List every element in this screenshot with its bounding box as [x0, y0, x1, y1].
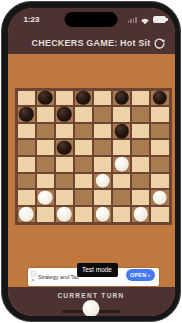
test-mode-chip: Test mode — [77, 263, 118, 277]
board-square[interactable] — [75, 207, 92, 222]
board-square[interactable] — [37, 174, 54, 189]
checker-black[interactable] — [38, 91, 53, 106]
board-square[interactable] — [94, 157, 111, 172]
checker-white[interactable] — [134, 207, 149, 222]
board-square[interactable] — [94, 140, 111, 155]
board-square[interactable] — [75, 174, 92, 189]
checker-black[interactable] — [76, 91, 91, 106]
app-screen: 1:23 CHECKERS GAME: Hot Sit — [8, 8, 175, 316]
refresh-icon[interactable] — [153, 36, 166, 49]
board-square[interactable] — [56, 140, 73, 155]
board-square[interactable] — [37, 140, 54, 155]
battery-icon — [153, 16, 166, 23]
current-turn-label: CURRENT TURN — [8, 287, 175, 299]
board-square[interactable] — [75, 91, 92, 106]
board-square[interactable] — [75, 107, 92, 122]
board-square[interactable] — [75, 190, 92, 205]
board-square[interactable] — [94, 174, 111, 189]
board-square[interactable] — [113, 124, 130, 139]
board-square[interactable] — [94, 91, 111, 106]
board-square[interactable] — [56, 107, 73, 122]
top-chrome: 1:23 CHECKERS GAME: Hot Sit — [8, 8, 175, 54]
board-square[interactable] — [132, 174, 149, 189]
dynamic-island — [65, 12, 118, 27]
checker-white[interactable] — [19, 207, 34, 222]
board-square[interactable] — [132, 124, 149, 139]
status-icons — [128, 16, 166, 24]
board-square[interactable] — [18, 190, 35, 205]
board-square[interactable] — [132, 140, 149, 155]
board-square[interactable] — [56, 190, 73, 205]
board-square[interactable] — [132, 190, 149, 205]
board-square[interactable] — [75, 157, 92, 172]
board-square[interactable] — [37, 157, 54, 172]
board-square[interactable] — [151, 207, 168, 222]
checker-white[interactable] — [95, 174, 110, 189]
board-square[interactable] — [37, 124, 54, 139]
checker-black[interactable] — [57, 107, 72, 122]
status-time: 1:23 — [24, 15, 40, 24]
board-square[interactable] — [151, 124, 168, 139]
board-square[interactable] — [37, 190, 54, 205]
board-square[interactable] — [113, 207, 130, 222]
screenshot-stage: 1:23 CHECKERS GAME: Hot Sit — [0, 0, 182, 323]
board-square[interactable] — [37, 107, 54, 122]
board-square[interactable] — [18, 157, 35, 172]
ad-open-button[interactable]: OPEN › — [126, 269, 155, 281]
board-square[interactable] — [94, 107, 111, 122]
checker-black[interactable] — [114, 124, 129, 139]
checker-black[interactable] — [114, 91, 129, 106]
board-square[interactable] — [151, 91, 168, 106]
nav-bar: CHECKERS GAME: Hot Sit — [8, 34, 175, 54]
board-square[interactable] — [75, 124, 92, 139]
board-square[interactable] — [56, 174, 73, 189]
board-square[interactable] — [113, 107, 130, 122]
board-square[interactable] — [113, 174, 130, 189]
board-square[interactable] — [75, 140, 92, 155]
page-title: CHECKERS GAME: Hot Sit — [8, 34, 175, 52]
board-square[interactable] — [94, 124, 111, 139]
board-square[interactable] — [132, 107, 149, 122]
board-square[interactable] — [151, 157, 168, 172]
board-square[interactable] — [113, 91, 130, 106]
checker-white[interactable] — [153, 190, 168, 205]
board-square[interactable] — [151, 107, 168, 122]
bottom-chrome: CURRENT TURN — [8, 287, 175, 316]
board-square[interactable] — [37, 91, 54, 106]
turn-indicator-piece — [83, 300, 100, 316]
board-square[interactable] — [113, 157, 130, 172]
board-square[interactable] — [132, 207, 149, 222]
ad-close-icon[interactable]: ✕ — [31, 277, 37, 283]
board-square[interactable] — [56, 157, 73, 172]
board-square[interactable] — [37, 207, 54, 222]
checker-black[interactable] — [153, 91, 168, 106]
checker-white[interactable] — [95, 207, 110, 222]
checker-white[interactable] — [57, 207, 72, 222]
board-square[interactable] — [56, 207, 73, 222]
board-square[interactable] — [113, 140, 130, 155]
signal-icon — [128, 17, 137, 23]
board-square[interactable] — [151, 140, 168, 155]
board-square[interactable] — [18, 124, 35, 139]
board-square[interactable] — [18, 140, 35, 155]
checker-black[interactable] — [57, 140, 72, 155]
checker-white[interactable] — [38, 190, 53, 205]
wifi-icon — [140, 11, 150, 29]
iphone-frame: 1:23 CHECKERS GAME: Hot Sit — [1, 1, 181, 322]
board-square[interactable] — [151, 174, 168, 189]
board-square[interactable] — [113, 190, 130, 205]
checkers-board — [15, 88, 172, 225]
board-square[interactable] — [132, 91, 149, 106]
board-square[interactable] — [94, 190, 111, 205]
board-square[interactable] — [56, 91, 73, 106]
board-square[interactable] — [18, 107, 35, 122]
checker-black[interactable] — [19, 107, 34, 122]
checker-white[interactable] — [114, 157, 129, 172]
board-square[interactable] — [151, 190, 168, 205]
board-square[interactable] — [132, 157, 149, 172]
board-square[interactable] — [56, 124, 73, 139]
ad-app-title: Strategy and Tac — [38, 274, 79, 280]
board-square[interactable] — [94, 207, 111, 222]
board-square[interactable] — [18, 91, 35, 106]
ad-badges: ⓘ ✕ — [31, 271, 37, 283]
board-square[interactable] — [18, 207, 35, 222]
board-square[interactable] — [18, 174, 35, 189]
